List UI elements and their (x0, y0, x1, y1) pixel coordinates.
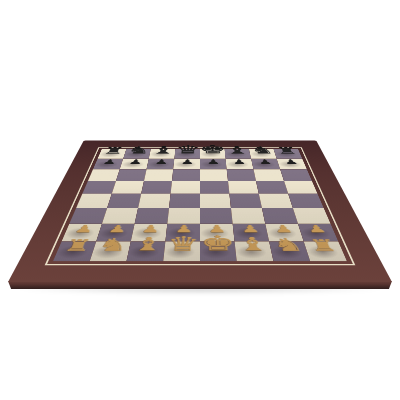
square-g4 (259, 194, 293, 208)
bishop-glyph: ♝ (150, 145, 175, 155)
square-c1: ♝ (126, 242, 165, 262)
pawn-glyph: ♟ (305, 223, 327, 234)
square-f4 (229, 194, 262, 208)
king-glyph: ♚ (200, 233, 236, 254)
chess-set-photo: ♜♞♝♛♚♝♞♜♟♟♟♟♟♟♟♟♟♟♟♟♟♟♟♟♜♞♝♛♚♝♞♜ (0, 0, 400, 400)
queen-glyph: ♛ (174, 144, 200, 155)
pawn-glyph: ♟ (140, 223, 160, 234)
square-e3 (200, 208, 233, 224)
pawn-glyph: ♟ (240, 223, 260, 234)
square-h1: ♜ (304, 242, 347, 262)
pawn-glyph: ♟ (283, 159, 299, 165)
rook-glyph: ♜ (275, 146, 299, 155)
king-glyph: ♚ (199, 143, 227, 155)
square-a4 (76, 194, 112, 208)
pawn-glyph: ♟ (128, 159, 143, 165)
scene: ♜♞♝♛♚♝♞♜♟♟♟♟♟♟♟♟♟♟♟♟♟♟♟♟♜♞♝♛♚♝♞♜ (0, 0, 400, 400)
board-frame: ♜♞♝♛♚♝♞♜♟♟♟♟♟♟♟♟♟♟♟♟♟♟♟♟♜♞♝♛♚♝♞♜ (8, 141, 392, 282)
square-d5 (171, 181, 200, 194)
bishop-glyph: ♝ (131, 235, 164, 254)
square-h5 (284, 181, 318, 194)
knight-glyph: ♞ (95, 236, 129, 254)
square-a6 (88, 169, 120, 181)
square-f6 (227, 169, 256, 181)
square-g3 (262, 208, 298, 224)
pawn-glyph: ♟ (257, 159, 272, 165)
square-f5 (228, 181, 259, 194)
square-e4 (200, 194, 231, 208)
pawn-glyph: ♟ (206, 159, 220, 165)
square-g6 (253, 169, 284, 181)
square-b6 (116, 169, 147, 181)
square-e1: ♚ (200, 242, 237, 262)
square-d6 (172, 169, 200, 181)
square-h4 (288, 194, 324, 208)
pawn-glyph: ♟ (273, 223, 294, 234)
rook-glyph: ♜ (101, 146, 125, 155)
bishop-glyph: ♝ (236, 235, 269, 254)
square-f1: ♝ (235, 242, 274, 262)
square-b7: ♟ (120, 159, 149, 170)
pawn-glyph: ♟ (154, 159, 168, 165)
square-a5 (82, 181, 116, 194)
knight-glyph: ♞ (125, 145, 151, 155)
square-h3 (293, 208, 331, 224)
square-f7: ♟ (226, 159, 254, 170)
square-h6 (280, 169, 312, 181)
square-d3 (167, 208, 200, 224)
square-d1: ♛ (163, 242, 200, 262)
square-f3 (231, 208, 265, 224)
square-d4 (169, 194, 200, 208)
square-c4 (138, 194, 171, 208)
square-g5 (256, 181, 288, 194)
square-d7: ♟ (173, 159, 200, 170)
square-e7: ♟ (200, 159, 227, 170)
square-h7: ♟ (277, 159, 307, 170)
square-e5 (200, 181, 229, 194)
pawn-glyph: ♟ (101, 159, 117, 165)
square-e6 (200, 169, 228, 181)
square-b3 (102, 208, 138, 224)
board-pinstripe: ♜♞♝♛♚♝♞♜♟♟♟♟♟♟♟♟♟♟♟♟♟♟♟♟♜♞♝♛♚♝♞♜ (45, 147, 356, 265)
pawn-glyph: ♟ (106, 223, 127, 234)
knight-glyph: ♞ (271, 236, 305, 254)
square-c3 (135, 208, 169, 224)
square-c6 (144, 169, 173, 181)
pawn-glyph: ♟ (180, 159, 194, 165)
rook-glyph: ♜ (61, 237, 93, 253)
square-c5 (141, 181, 172, 194)
bishop-glyph: ♝ (224, 145, 249, 155)
square-b5 (112, 181, 144, 194)
board-grid: ♜♞♝♛♚♝♞♜♟♟♟♟♟♟♟♟♟♟♟♟♟♟♟♟♜♞♝♛♚♝♞♜ (53, 149, 347, 262)
pawn-glyph: ♟ (73, 223, 95, 234)
square-c7: ♟ (147, 159, 175, 170)
pawn-glyph: ♟ (232, 159, 246, 165)
queen-glyph: ♛ (165, 234, 199, 254)
chess-board: ♜♞♝♛♚♝♞♜♟♟♟♟♟♟♟♟♟♟♟♟♟♟♟♟♜♞♝♛♚♝♞♜ (8, 141, 392, 282)
knight-glyph: ♞ (249, 145, 275, 155)
square-b4 (107, 194, 141, 208)
